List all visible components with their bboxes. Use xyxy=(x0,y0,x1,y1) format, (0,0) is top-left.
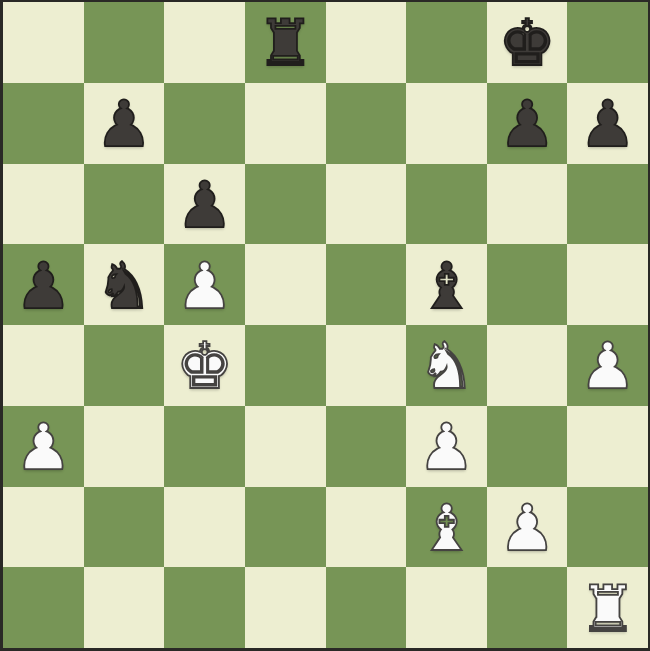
square-d2[interactable] xyxy=(245,487,326,568)
white-pawn-a3[interactable]: ♟ xyxy=(15,415,72,479)
board-frame: ♜♚♟♟♟♟♟♞♟♝♚♞♟♟♟♝♟♜ xyxy=(0,0,650,651)
square-c2[interactable] xyxy=(164,487,245,568)
square-b4[interactable] xyxy=(84,325,165,406)
square-e4[interactable] xyxy=(326,325,407,406)
square-e2[interactable] xyxy=(326,487,407,568)
square-h1[interactable]: ♜ xyxy=(567,567,648,648)
square-a2[interactable] xyxy=(3,487,84,568)
square-e3[interactable] xyxy=(326,406,407,487)
chess-board: ♜♚♟♟♟♟♟♞♟♝♚♞♟♟♟♝♟♜ xyxy=(3,2,648,648)
square-g4[interactable] xyxy=(487,325,568,406)
square-a5[interactable]: ♟ xyxy=(3,244,84,325)
square-f8[interactable] xyxy=(406,2,487,83)
square-h5[interactable] xyxy=(567,244,648,325)
white-bishop-f2[interactable]: ♝ xyxy=(418,496,475,560)
square-g8[interactable]: ♚ xyxy=(487,2,568,83)
square-b8[interactable] xyxy=(84,2,165,83)
square-e6[interactable] xyxy=(326,164,407,245)
white-king-c4[interactable]: ♚ xyxy=(176,334,233,398)
black-pawn-b7[interactable]: ♟ xyxy=(95,92,152,156)
black-rook-d8[interactable]: ♜ xyxy=(257,11,314,75)
square-g1[interactable] xyxy=(487,567,568,648)
black-knight-b5[interactable]: ♞ xyxy=(95,254,152,318)
square-d5[interactable] xyxy=(245,244,326,325)
square-f2[interactable]: ♝ xyxy=(406,487,487,568)
square-d6[interactable] xyxy=(245,164,326,245)
square-a3[interactable]: ♟ xyxy=(3,406,84,487)
square-g6[interactable] xyxy=(487,164,568,245)
square-b3[interactable] xyxy=(84,406,165,487)
square-a6[interactable] xyxy=(3,164,84,245)
square-d4[interactable] xyxy=(245,325,326,406)
black-pawn-a5[interactable]: ♟ xyxy=(15,254,72,318)
square-f1[interactable] xyxy=(406,567,487,648)
square-b7[interactable]: ♟ xyxy=(84,83,165,164)
black-king-g8[interactable]: ♚ xyxy=(498,11,555,75)
white-knight-f4[interactable]: ♞ xyxy=(418,334,475,398)
square-e8[interactable] xyxy=(326,2,407,83)
white-pawn-c5[interactable]: ♟ xyxy=(176,254,233,318)
square-h2[interactable] xyxy=(567,487,648,568)
square-g2[interactable]: ♟ xyxy=(487,487,568,568)
square-d8[interactable]: ♜ xyxy=(245,2,326,83)
square-f7[interactable] xyxy=(406,83,487,164)
black-pawn-h7[interactable]: ♟ xyxy=(579,92,636,156)
square-c3[interactable] xyxy=(164,406,245,487)
square-e7[interactable] xyxy=(326,83,407,164)
black-bishop-f5[interactable]: ♝ xyxy=(418,254,475,318)
white-pawn-g2[interactable]: ♟ xyxy=(498,496,555,560)
square-h7[interactable]: ♟ xyxy=(567,83,648,164)
square-d7[interactable] xyxy=(245,83,326,164)
square-b6[interactable] xyxy=(84,164,165,245)
white-rook-h1[interactable]: ♜ xyxy=(579,577,636,641)
square-f3[interactable]: ♟ xyxy=(406,406,487,487)
square-d1[interactable] xyxy=(245,567,326,648)
square-h8[interactable] xyxy=(567,2,648,83)
square-g5[interactable] xyxy=(487,244,568,325)
white-pawn-h4[interactable]: ♟ xyxy=(579,334,636,398)
square-c5[interactable]: ♟ xyxy=(164,244,245,325)
square-b2[interactable] xyxy=(84,487,165,568)
square-h3[interactable] xyxy=(567,406,648,487)
square-a7[interactable] xyxy=(3,83,84,164)
square-c8[interactable] xyxy=(164,2,245,83)
square-f6[interactable] xyxy=(406,164,487,245)
square-d3[interactable] xyxy=(245,406,326,487)
square-g3[interactable] xyxy=(487,406,568,487)
black-pawn-c6[interactable]: ♟ xyxy=(176,173,233,237)
square-c1[interactable] xyxy=(164,567,245,648)
square-c6[interactable]: ♟ xyxy=(164,164,245,245)
square-c4[interactable]: ♚ xyxy=(164,325,245,406)
square-b5[interactable]: ♞ xyxy=(84,244,165,325)
white-pawn-f3[interactable]: ♟ xyxy=(418,415,475,479)
square-e1[interactable] xyxy=(326,567,407,648)
square-f5[interactable]: ♝ xyxy=(406,244,487,325)
square-a8[interactable] xyxy=(3,2,84,83)
square-g7[interactable]: ♟ xyxy=(487,83,568,164)
square-h6[interactable] xyxy=(567,164,648,245)
square-a4[interactable] xyxy=(3,325,84,406)
black-pawn-g7[interactable]: ♟ xyxy=(498,92,555,156)
square-e5[interactable] xyxy=(326,244,407,325)
square-a1[interactable] xyxy=(3,567,84,648)
square-f4[interactable]: ♞ xyxy=(406,325,487,406)
square-c7[interactable] xyxy=(164,83,245,164)
square-b1[interactable] xyxy=(84,567,165,648)
square-h4[interactable]: ♟ xyxy=(567,325,648,406)
